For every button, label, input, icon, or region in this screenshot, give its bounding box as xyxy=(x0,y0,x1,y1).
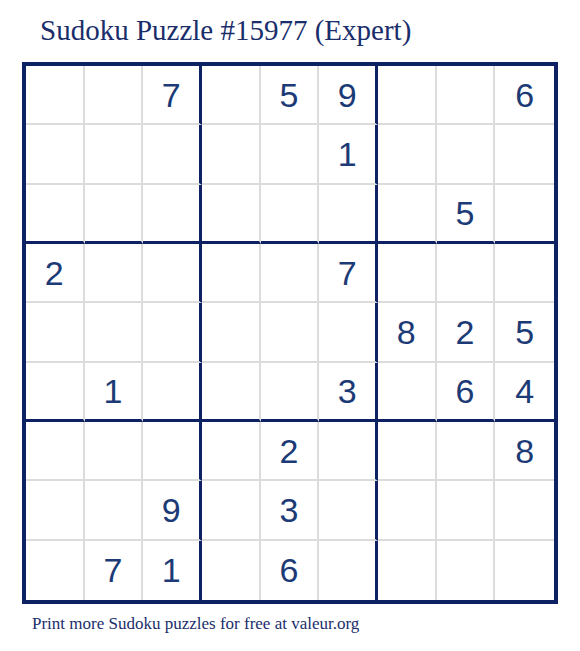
sudoku-cell-r3c1 xyxy=(26,185,85,244)
sudoku-cell-r4c4 xyxy=(202,244,261,303)
sudoku-cell-r2c2 xyxy=(85,125,144,184)
sudoku-cell-r6c9: 4 xyxy=(495,363,554,422)
sudoku-cell-r3c4 xyxy=(202,185,261,244)
sudoku-cell-r8c5: 3 xyxy=(261,481,320,540)
sudoku-cell-r9c2: 7 xyxy=(85,541,144,600)
sudoku-cell-r1c5: 5 xyxy=(261,66,320,125)
given-digit: 9 xyxy=(338,78,357,112)
given-digit: 2 xyxy=(456,315,475,349)
given-digit: 8 xyxy=(515,434,534,468)
sudoku-cell-r5c5 xyxy=(261,303,320,362)
sudoku-cell-r2c5 xyxy=(261,125,320,184)
sudoku-cell-r8c1 xyxy=(26,481,85,540)
given-digit: 7 xyxy=(162,78,181,112)
sudoku-cell-r4c8 xyxy=(437,244,496,303)
sudoku-cell-r7c8 xyxy=(437,422,496,481)
given-digit: 9 xyxy=(162,493,181,527)
sudoku-cell-r3c8: 5 xyxy=(437,185,496,244)
sudoku-cell-r6c3 xyxy=(143,363,202,422)
given-digit: 8 xyxy=(397,315,416,349)
sudoku-cell-r2c4 xyxy=(202,125,261,184)
sudoku-cell-r9c6 xyxy=(319,541,378,600)
sudoku-cell-r4c6: 7 xyxy=(319,244,378,303)
sudoku-cell-r1c8 xyxy=(437,66,496,125)
sudoku-cell-r7c5: 2 xyxy=(261,422,320,481)
sudoku-cell-r8c4 xyxy=(202,481,261,540)
sudoku-cell-r7c3 xyxy=(143,422,202,481)
given-digit: 6 xyxy=(280,553,299,587)
page-title: Sudoku Puzzle #15977 (Expert) xyxy=(40,12,411,48)
sudoku-cell-r5c9: 5 xyxy=(495,303,554,362)
sudoku-cell-r5c7: 8 xyxy=(378,303,437,362)
sudoku-cell-r1c2 xyxy=(85,66,144,125)
sudoku-cell-r6c5 xyxy=(261,363,320,422)
sudoku-cell-r1c1 xyxy=(26,66,85,125)
sudoku-cell-r3c9 xyxy=(495,185,554,244)
sudoku-cell-r9c7 xyxy=(378,541,437,600)
given-digit: 6 xyxy=(515,78,534,112)
given-digit: 2 xyxy=(280,434,299,468)
sudoku-grid: 7596152782513642893716 xyxy=(22,62,558,604)
sudoku-cell-r2c6: 1 xyxy=(319,125,378,184)
sudoku-cell-r4c3 xyxy=(143,244,202,303)
page: Sudoku Puzzle #15977 (Expert) 7596152782… xyxy=(0,0,580,651)
sudoku-cell-r5c8: 2 xyxy=(437,303,496,362)
sudoku-cell-r1c3: 7 xyxy=(143,66,202,125)
sudoku-cell-r6c7 xyxy=(378,363,437,422)
footer-text: Print more Sudoku puzzles for free at va… xyxy=(32,614,359,634)
sudoku-cell-r8c8 xyxy=(437,481,496,540)
sudoku-cell-r8c2 xyxy=(85,481,144,540)
given-digit: 7 xyxy=(104,553,123,587)
sudoku-cell-r4c9 xyxy=(495,244,554,303)
sudoku-cell-r2c9 xyxy=(495,125,554,184)
sudoku-cell-r3c7 xyxy=(378,185,437,244)
sudoku-cell-r7c4 xyxy=(202,422,261,481)
sudoku-cell-r1c6: 9 xyxy=(319,66,378,125)
given-digit: 2 xyxy=(45,256,64,290)
given-digit: 1 xyxy=(104,374,123,408)
sudoku-cell-r5c6 xyxy=(319,303,378,362)
sudoku-cell-r1c7 xyxy=(378,66,437,125)
sudoku-cell-r9c4 xyxy=(202,541,261,600)
sudoku-cell-r7c1 xyxy=(26,422,85,481)
given-digit: 6 xyxy=(456,374,475,408)
sudoku-cell-r5c4 xyxy=(202,303,261,362)
sudoku-cell-r2c7 xyxy=(378,125,437,184)
sudoku-cell-r9c3: 1 xyxy=(143,541,202,600)
sudoku-cell-r5c1 xyxy=(26,303,85,362)
sudoku-cell-r6c1 xyxy=(26,363,85,422)
sudoku-cell-r2c3 xyxy=(143,125,202,184)
sudoku-cell-r8c3: 9 xyxy=(143,481,202,540)
sudoku-cell-r9c9 xyxy=(495,541,554,600)
sudoku-cell-r8c7 xyxy=(378,481,437,540)
sudoku-cell-r7c7 xyxy=(378,422,437,481)
sudoku-cell-r1c4 xyxy=(202,66,261,125)
sudoku-cell-r9c5: 6 xyxy=(261,541,320,600)
sudoku-cell-r5c2 xyxy=(85,303,144,362)
given-digit: 3 xyxy=(338,374,357,408)
given-digit: 3 xyxy=(280,493,299,527)
sudoku-cell-r4c5 xyxy=(261,244,320,303)
given-digit: 5 xyxy=(456,196,475,230)
sudoku-cell-r3c5 xyxy=(261,185,320,244)
sudoku-cell-r2c8 xyxy=(437,125,496,184)
sudoku-cell-r3c6 xyxy=(319,185,378,244)
sudoku-cell-r7c9: 8 xyxy=(495,422,554,481)
sudoku-cell-r3c3 xyxy=(143,185,202,244)
sudoku-cell-r2c1 xyxy=(26,125,85,184)
given-digit: 5 xyxy=(515,315,534,349)
sudoku-cell-r8c9 xyxy=(495,481,554,540)
given-digit: 7 xyxy=(338,256,357,290)
sudoku-cell-r6c6: 3 xyxy=(319,363,378,422)
sudoku-cell-r4c7 xyxy=(378,244,437,303)
sudoku-cell-r6c2: 1 xyxy=(85,363,144,422)
sudoku-cell-r6c8: 6 xyxy=(437,363,496,422)
sudoku-cell-r4c1: 2 xyxy=(26,244,85,303)
sudoku-cell-r9c8 xyxy=(437,541,496,600)
sudoku-cell-r6c4 xyxy=(202,363,261,422)
given-digit: 1 xyxy=(162,553,181,587)
sudoku-cell-r3c2 xyxy=(85,185,144,244)
given-digit: 5 xyxy=(280,78,299,112)
sudoku-cell-r7c6 xyxy=(319,422,378,481)
sudoku-cell-r1c9: 6 xyxy=(495,66,554,125)
sudoku-cell-r5c3 xyxy=(143,303,202,362)
sudoku-cell-r8c6 xyxy=(319,481,378,540)
sudoku-cell-r9c1 xyxy=(26,541,85,600)
sudoku-cell-r4c2 xyxy=(85,244,144,303)
sudoku-cell-r7c2 xyxy=(85,422,144,481)
given-digit: 4 xyxy=(515,374,534,408)
given-digit: 1 xyxy=(338,137,357,171)
